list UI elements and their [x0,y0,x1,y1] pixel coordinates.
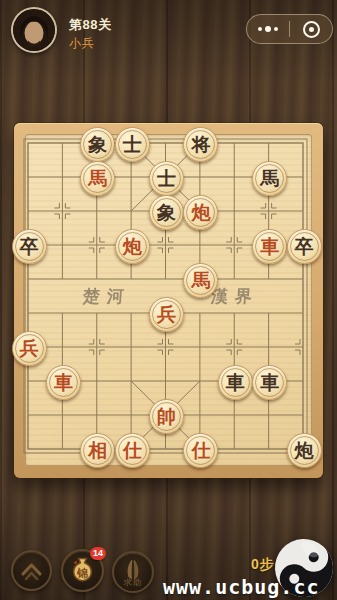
river-label-right: 漢界 [210,285,260,308]
piece-black-advisor[interactable]: 士 [115,127,150,162]
piece-red-soldier[interactable]: 兵 [12,331,47,366]
more-dot-icon [265,26,271,32]
piece-red-cannon[interactable]: 炮 [183,195,218,230]
piece-glyph: 兵 [157,305,176,324]
more-dot-icon [258,27,262,31]
piece-black-horse[interactable]: 馬 [252,161,287,196]
level-title: 第88关 [69,16,111,34]
piece-glyph: 車 [226,373,245,392]
piece-glyph: 将 [191,135,210,154]
piece-black-cannon[interactable]: 炮 [287,433,322,468]
piece-glyph: 士 [123,135,142,154]
piece-red-cannon[interactable]: 炮 [115,229,150,264]
piece-red-advisor[interactable]: 仕 [115,433,150,468]
piece-black-chariot[interactable]: 車 [252,365,287,400]
xiangqi-board[interactable]: 楚河 漢界 象士将馬士馬象炮卒炮車卒馬兵兵車車車帥相仕仕炮 [14,123,323,478]
piece-red-general[interactable]: 帥 [149,399,184,434]
piece-red-advisor[interactable]: 仕 [183,433,218,468]
avatar-portrait [13,9,55,51]
piece-glyph: 象 [157,203,176,222]
piece-red-elephant[interactable]: 相 [80,433,115,468]
piece-glyph: 車 [54,373,73,392]
piece-red-soldier[interactable]: 兵 [149,297,184,332]
watermark: www.ucbug.cc [163,575,320,599]
piece-glyph: 車 [260,237,279,256]
piece-glyph: 相 [88,441,107,460]
help-label: 求助 [114,577,152,588]
piece-glyph: 帥 [157,407,176,426]
piece-red-horse[interactable]: 馬 [80,161,115,196]
wechat-capsule [246,14,333,44]
piece-black-advisor[interactable]: 士 [149,161,184,196]
chevron-up-icon [13,552,50,589]
app-screen: 第88关 小兵 楚河 漢界 象士将馬士馬象炮卒炮車卒馬兵兵車車車帥相仕仕炮 锦 [0,0,337,600]
piece-black-soldier[interactable]: 卒 [12,229,47,264]
hint-count-badge: 14 [90,547,106,560]
piece-black-general[interactable]: 将 [183,127,218,162]
piece-glyph: 炮 [123,237,142,256]
piece-glyph: 兵 [20,339,39,358]
hint-bag-button[interactable]: 锦 14 [61,549,104,592]
piece-glyph: 炮 [191,203,210,222]
hint-bag-char: 锦 [76,567,88,580]
piece-glyph: 馬 [260,169,279,188]
piece-red-chariot[interactable]: 車 [252,229,287,264]
piece-glyph: 卒 [20,237,39,256]
piece-glyph: 卒 [295,237,314,256]
piece-black-elephant[interactable]: 象 [80,127,115,162]
help-button[interactable]: 求助 [112,551,154,593]
river-label-left: 楚河 [82,285,132,308]
piece-glyph: 象 [88,135,107,154]
more-dot-icon [274,27,278,31]
player-name: 小兵 [69,35,94,52]
more-options-button[interactable] [247,15,289,43]
piece-glyph: 士 [157,169,176,188]
piece-glyph: 仕 [123,441,142,460]
minimize-button[interactable] [290,15,332,43]
piece-black-chariot[interactable]: 車 [218,365,253,400]
piece-red-chariot[interactable]: 車 [46,365,81,400]
piece-black-elephant[interactable]: 象 [149,195,184,230]
piece-glyph: 馬 [191,271,210,290]
piece-red-horse[interactable]: 馬 [183,263,218,298]
piece-glyph: 車 [260,373,279,392]
piece-glyph: 仕 [191,441,210,460]
collapse-button[interactable] [11,550,52,591]
circle-dot-icon [303,21,320,38]
avatar [11,7,57,53]
piece-glyph: 馬 [88,169,107,188]
piece-black-soldier[interactable]: 卒 [287,229,322,264]
piece-glyph: 炮 [295,441,314,460]
